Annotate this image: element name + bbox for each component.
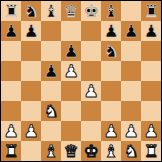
square-h6[interactable] bbox=[141, 41, 161, 61]
square-g4[interactable] bbox=[121, 81, 141, 101]
square-h8[interactable]: ♜ bbox=[141, 1, 161, 21]
square-e8[interactable]: ♚ bbox=[81, 1, 101, 21]
square-b2[interactable]: ♟ bbox=[21, 121, 41, 141]
square-e5[interactable] bbox=[81, 61, 101, 81]
piece-white-queen[interactable]: ♛ bbox=[63, 141, 78, 161]
square-a2[interactable]: ♟ bbox=[1, 121, 21, 141]
square-f1[interactable]: ♝ bbox=[101, 141, 121, 161]
square-b5[interactable] bbox=[21, 61, 41, 81]
piece-white-knight[interactable]: ♞ bbox=[123, 141, 138, 161]
square-d4[interactable] bbox=[61, 81, 81, 101]
square-g3[interactable] bbox=[121, 101, 141, 121]
square-e7[interactable] bbox=[81, 21, 101, 41]
piece-white-pawn[interactable]: ♟ bbox=[103, 121, 118, 141]
piece-black-bishop[interactable]: ♝ bbox=[103, 1, 118, 21]
square-d6[interactable]: ♟ bbox=[61, 41, 81, 61]
piece-black-queen[interactable]: ♛ bbox=[63, 1, 78, 21]
square-e4[interactable]: ♟ bbox=[81, 81, 101, 101]
square-a5[interactable] bbox=[1, 61, 21, 81]
square-c4[interactable] bbox=[41, 81, 61, 101]
square-c8[interactable]: ♝ bbox=[41, 1, 61, 21]
piece-black-bishop[interactable]: ♝ bbox=[43, 1, 58, 21]
square-d8[interactable]: ♛ bbox=[61, 1, 81, 21]
piece-white-pawn[interactable]: ♟ bbox=[3, 121, 18, 141]
square-f7[interactable]: ♟ bbox=[101, 21, 121, 41]
piece-white-pawn[interactable]: ♟ bbox=[143, 121, 158, 141]
square-h2[interactable]: ♟ bbox=[141, 121, 161, 141]
piece-white-king[interactable]: ♚ bbox=[83, 141, 98, 161]
square-g7[interactable]: ♟ bbox=[121, 21, 141, 41]
square-c6[interactable] bbox=[41, 41, 61, 61]
square-b6[interactable] bbox=[21, 41, 41, 61]
square-b3[interactable] bbox=[21, 101, 41, 121]
square-f5[interactable] bbox=[101, 61, 121, 81]
square-f6[interactable]: ♞ bbox=[101, 41, 121, 61]
square-c1[interactable]: ♝ bbox=[41, 141, 61, 161]
square-f8[interactable]: ♝ bbox=[101, 1, 121, 21]
square-d7[interactable] bbox=[61, 21, 81, 41]
square-d2[interactable] bbox=[61, 121, 81, 141]
square-h7[interactable]: ♟ bbox=[141, 21, 161, 41]
square-b7[interactable]: ♟ bbox=[21, 21, 41, 41]
piece-white-pawn[interactable]: ♟ bbox=[123, 121, 138, 141]
square-g5[interactable] bbox=[121, 61, 141, 81]
piece-black-king[interactable]: ♚ bbox=[83, 1, 98, 21]
square-a4[interactable] bbox=[1, 81, 21, 101]
piece-black-pawn[interactable]: ♟ bbox=[123, 21, 138, 41]
square-h4[interactable] bbox=[141, 81, 161, 101]
piece-black-pawn[interactable]: ♟ bbox=[103, 21, 118, 41]
piece-white-knight[interactable]: ♞ bbox=[43, 101, 58, 121]
square-g2[interactable]: ♟ bbox=[121, 121, 141, 141]
piece-black-rook[interactable]: ♜ bbox=[143, 1, 158, 21]
square-a8[interactable]: ♜ bbox=[1, 1, 21, 21]
square-c3[interactable]: ♞ bbox=[41, 101, 61, 121]
square-h1[interactable]: ♜ bbox=[141, 141, 161, 161]
square-c2[interactable] bbox=[41, 121, 61, 141]
square-b4[interactable] bbox=[21, 81, 41, 101]
piece-black-pawn[interactable]: ♟ bbox=[23, 21, 38, 41]
board-grid: ♜♞♝♛♚♝♜♟♟♟♟♟♟♞♟♟♟♞♟♟♟♟♟♜♝♛♚♝♞♜ bbox=[1, 1, 161, 161]
piece-white-bishop[interactable]: ♝ bbox=[103, 141, 118, 161]
piece-black-knight[interactable]: ♞ bbox=[103, 41, 118, 61]
square-e6[interactable] bbox=[81, 41, 101, 61]
square-h5[interactable] bbox=[141, 61, 161, 81]
piece-black-pawn[interactable]: ♟ bbox=[143, 21, 158, 41]
square-d3[interactable] bbox=[61, 101, 81, 121]
piece-white-pawn[interactable]: ♟ bbox=[23, 121, 38, 141]
piece-black-pawn[interactable]: ♟ bbox=[63, 41, 78, 61]
piece-black-pawn[interactable]: ♟ bbox=[3, 21, 18, 41]
piece-white-rook[interactable]: ♜ bbox=[143, 141, 158, 161]
piece-white-pawn[interactable]: ♟ bbox=[83, 81, 98, 101]
square-f2[interactable]: ♟ bbox=[101, 121, 121, 141]
piece-black-knight[interactable]: ♞ bbox=[23, 1, 38, 21]
square-b1[interactable] bbox=[21, 141, 41, 161]
square-e1[interactable]: ♚ bbox=[81, 141, 101, 161]
piece-black-rook[interactable]: ♜ bbox=[3, 1, 18, 21]
square-g6[interactable] bbox=[121, 41, 141, 61]
chess-board: ♜♞♝♛♚♝♜♟♟♟♟♟♟♞♟♟♟♞♟♟♟♟♟♜♝♛♚♝♞♜ bbox=[0, 0, 162, 162]
square-g8[interactable] bbox=[121, 1, 141, 21]
square-d5[interactable]: ♟ bbox=[61, 61, 81, 81]
square-d1[interactable]: ♛ bbox=[61, 141, 81, 161]
square-b8[interactable]: ♞ bbox=[21, 1, 41, 21]
piece-white-rook[interactable]: ♜ bbox=[3, 141, 18, 161]
piece-white-bishop[interactable]: ♝ bbox=[43, 141, 58, 161]
square-c7[interactable] bbox=[41, 21, 61, 41]
square-f4[interactable] bbox=[101, 81, 121, 101]
square-a1[interactable]: ♜ bbox=[1, 141, 21, 161]
square-c5[interactable]: ♟ bbox=[41, 61, 61, 81]
square-h3[interactable] bbox=[141, 101, 161, 121]
piece-black-pawn[interactable]: ♟ bbox=[43, 61, 58, 81]
piece-white-pawn[interactable]: ♟ bbox=[63, 61, 78, 81]
square-a6[interactable] bbox=[1, 41, 21, 61]
square-f3[interactable] bbox=[101, 101, 121, 121]
square-a7[interactable]: ♟ bbox=[1, 21, 21, 41]
square-e2[interactable] bbox=[81, 121, 101, 141]
square-g1[interactable]: ♞ bbox=[121, 141, 141, 161]
square-e3[interactable] bbox=[81, 101, 101, 121]
square-a3[interactable] bbox=[1, 101, 21, 121]
